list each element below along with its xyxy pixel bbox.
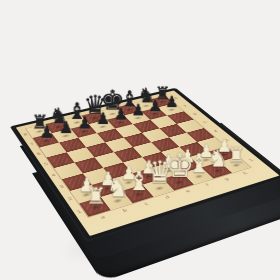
chess-set: 87654321 87654321 abcdefgh ♜♞♝♛♚♝♞♜♟♟♟♟♟…	[10, 88, 280, 242]
black-pawn: ♟	[39, 124, 54, 141]
black-pawn: ♟	[113, 107, 127, 123]
chess-board: ♜♞♝♛♚♝♞♜♟♟♟♟♟♟♟♟♟♟♟♟♟♟♟♟♜♞♝♛♚♝♞♜	[26, 96, 250, 217]
white-knight: ♞	[106, 175, 129, 201]
black-pawn: ♟	[131, 102, 145, 118]
white-rook: ♜	[85, 184, 106, 207]
white-bishop: ♝	[126, 168, 150, 195]
black-pawn: ♟	[95, 111, 109, 127]
white-rook: ♜	[226, 144, 245, 165]
black-pawn: ♟	[148, 98, 162, 113]
photo-backdrop: 87654321 87654321 abcdefgh ♜♞♝♛♚♝♞♜♟♟♟♟♟…	[0, 0, 280, 280]
black-pawn: ♟	[58, 120, 73, 136]
black-pawn: ♟	[164, 95, 178, 110]
black-pawn: ♟	[77, 115, 92, 131]
